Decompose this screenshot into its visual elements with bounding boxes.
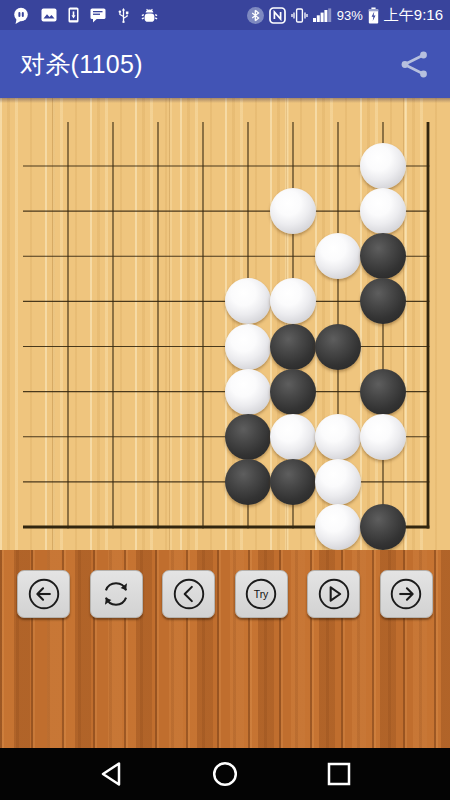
download-icon xyxy=(68,7,79,23)
black-stone xyxy=(225,414,271,460)
page-title: 对杀(1105) xyxy=(20,48,143,81)
status-bar: 93% 上午9:16 xyxy=(0,0,450,30)
sms-icon xyxy=(90,8,106,23)
reset-button[interactable] xyxy=(90,570,143,618)
nfc-icon xyxy=(269,7,286,24)
white-stone xyxy=(315,459,361,505)
black-stone xyxy=(270,324,316,370)
usb-icon xyxy=(117,7,130,24)
white-stone xyxy=(315,233,361,279)
chat-icon xyxy=(13,7,30,24)
black-stone xyxy=(270,459,316,505)
recents-icon xyxy=(327,762,351,786)
arrow-right-circle-icon xyxy=(387,575,425,613)
white-stone xyxy=(360,188,406,234)
black-stone xyxy=(360,504,406,550)
vibrate-icon xyxy=(291,8,308,23)
white-stone xyxy=(225,324,271,370)
black-stone xyxy=(360,233,406,279)
black-stone xyxy=(315,324,361,370)
white-stone xyxy=(225,369,271,415)
black-stone xyxy=(270,369,316,415)
last-move-button[interactable] xyxy=(380,570,433,618)
usb-debugging-icon xyxy=(141,8,158,23)
chevron-left-circle-icon xyxy=(170,575,208,613)
white-stone xyxy=(360,414,406,460)
white-stone xyxy=(225,278,271,324)
home-icon xyxy=(212,761,238,787)
white-stone xyxy=(270,278,316,324)
white-stone xyxy=(315,414,361,460)
floor-background: Try xyxy=(0,550,450,748)
prev-move-button[interactable] xyxy=(162,570,215,618)
move-controls: Try xyxy=(0,570,450,618)
status-system-icons: 93% 上午9:16 xyxy=(247,6,450,25)
home-button[interactable] xyxy=(212,761,238,787)
share-icon xyxy=(399,50,430,79)
share-button[interactable] xyxy=(399,50,430,79)
bluetooth-icon xyxy=(247,7,264,24)
stones-layer xyxy=(0,98,450,550)
white-stone xyxy=(270,414,316,460)
image-icon xyxy=(41,8,57,22)
try-button[interactable]: Try xyxy=(235,570,288,618)
black-stone xyxy=(360,278,406,324)
app-bar: 对杀(1105) xyxy=(0,30,450,98)
battery-charging-icon xyxy=(368,7,379,24)
recents-button[interactable] xyxy=(327,762,351,786)
back-button[interactable] xyxy=(99,761,123,787)
try-label: Try xyxy=(254,589,269,600)
back-icon xyxy=(99,761,123,787)
android-nav-bar xyxy=(0,748,450,800)
white-stone xyxy=(360,143,406,189)
arrow-left-circle-icon xyxy=(25,575,63,613)
go-board[interactable] xyxy=(0,98,450,550)
signal-icon xyxy=(313,8,332,22)
white-stone xyxy=(315,504,361,550)
battery-percent: 93% xyxy=(337,8,363,23)
status-notification-icons xyxy=(0,7,158,24)
black-stone xyxy=(360,369,406,415)
clock: 上午9:16 xyxy=(384,6,443,25)
first-move-button[interactable] xyxy=(17,570,70,618)
black-stone xyxy=(225,459,271,505)
try-circle-icon: Try xyxy=(242,575,280,613)
screen: 93% 上午9:16 对杀(1105) xyxy=(0,0,450,800)
play-circle-icon xyxy=(315,575,353,613)
white-stone xyxy=(270,188,316,234)
next-move-button[interactable] xyxy=(307,570,360,618)
refresh-icon xyxy=(97,575,135,613)
